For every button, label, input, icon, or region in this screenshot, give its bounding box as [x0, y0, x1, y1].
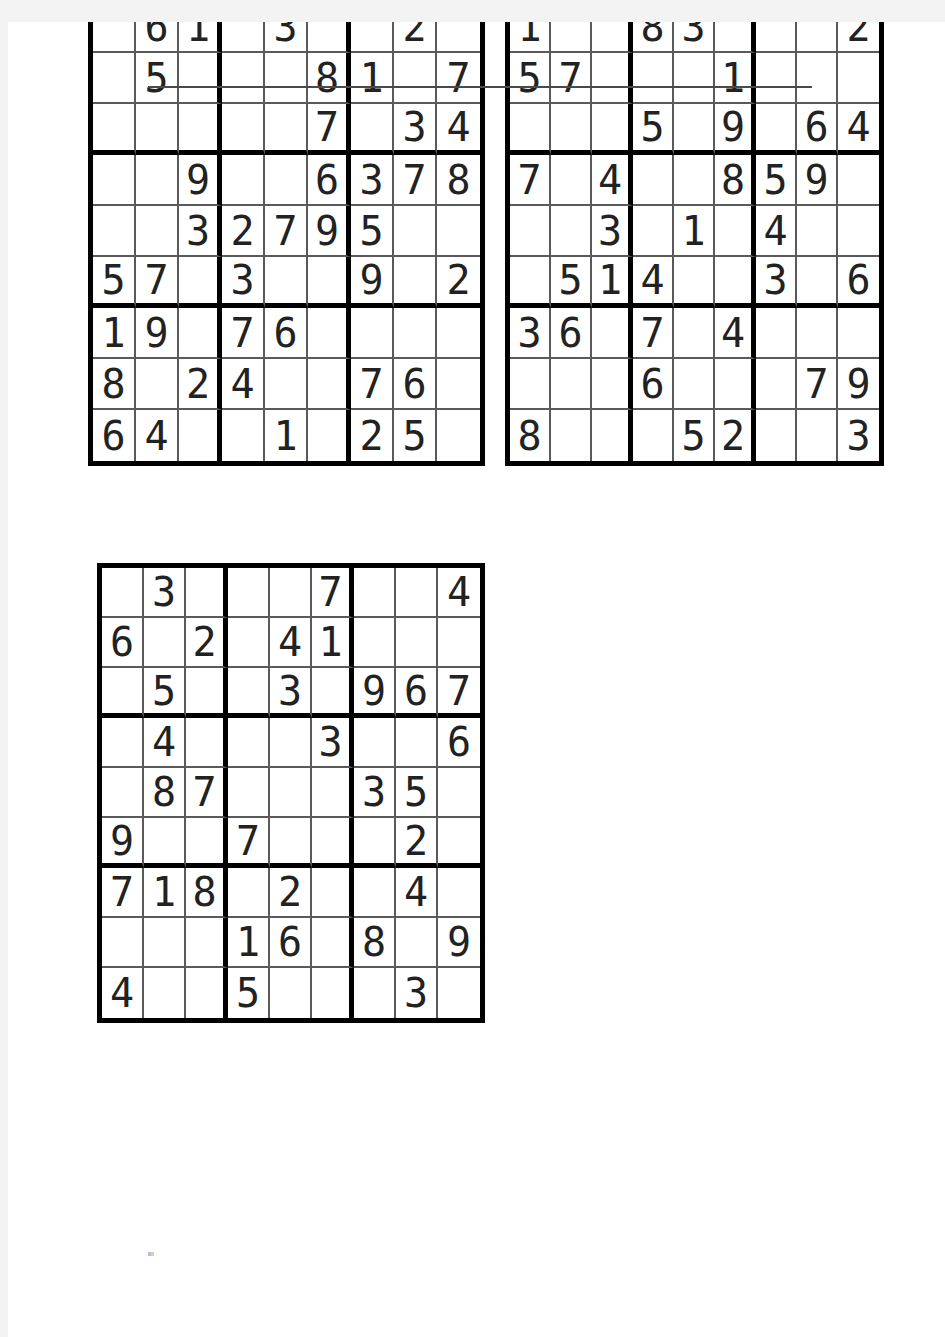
cell-r9c8: 3: [396, 968, 438, 1018]
cell-r4c6: 3: [312, 718, 354, 768]
cell-r7c1: 3: [510, 308, 551, 359]
cell-r7c1: 7: [102, 868, 144, 918]
cell-r9c2: [144, 968, 186, 1018]
cell-r5c9: [438, 768, 480, 818]
cell-r4c8: [396, 718, 438, 768]
cell-r2c2: [144, 618, 186, 668]
cell-r6c9: 2: [437, 257, 480, 308]
cell-r8c8: [396, 918, 438, 968]
cell-r8c7: 8: [354, 918, 396, 968]
cell-r2c9: [838, 53, 879, 104]
cell-r2c6: 1: [715, 53, 756, 104]
cell-r8c2: [144, 918, 186, 968]
cell-r5c8: 5: [396, 768, 438, 818]
cell-r3c8: 3: [394, 104, 437, 155]
cell-r9c1: 8: [510, 410, 551, 461]
cell-r1c5: [270, 568, 312, 618]
cell-r2c5: 4: [270, 618, 312, 668]
cell-r4c4: [633, 155, 674, 206]
cell-r4c9: [838, 155, 879, 206]
cell-r5c6: 9: [308, 206, 351, 257]
cell-r3c2: [136, 104, 179, 155]
cell-r9c5: 5: [674, 410, 715, 461]
viewer-top-gutter: [0, 0, 945, 22]
cell-r3c9: 7: [438, 668, 480, 718]
cell-r3c6: 7: [308, 104, 351, 155]
cell-r2c7: [354, 618, 396, 668]
cell-r2c4: [228, 618, 270, 668]
cell-r9c5: 1: [265, 410, 308, 461]
cell-r7c9: [438, 868, 480, 918]
cell-r9c3: [179, 410, 222, 461]
cell-r2c8: [797, 53, 838, 104]
cell-r6c9: [438, 818, 480, 868]
cell-r8c8: 7: [797, 359, 838, 410]
cell-r7c7: [351, 308, 394, 359]
cell-r5c7: 5: [351, 206, 394, 257]
cell-r7c5: 6: [265, 308, 308, 359]
cell-r6c5: [270, 818, 312, 868]
cell-r7c8: [797, 308, 838, 359]
cell-r6c3: [186, 818, 228, 868]
cell-r7c9: [437, 308, 480, 359]
cell-r9c6: [312, 968, 354, 1018]
viewer-left-gutter: [0, 0, 8, 1337]
cell-r9c6: 2: [715, 410, 756, 461]
cell-r3c5: [674, 104, 715, 155]
cell-r3c4: [228, 668, 270, 718]
cell-r8c7: [756, 359, 797, 410]
cell-r6c1: [510, 257, 551, 308]
sudoku-grid-bottom: 3746241539674368735972718241689453: [97, 563, 485, 1023]
cell-r6c2: [144, 818, 186, 868]
cell-r8c9: [437, 359, 480, 410]
cell-r3c8: 6: [797, 104, 838, 155]
cell-r1c7: [354, 568, 396, 618]
cell-r7c5: 2: [270, 868, 312, 918]
cell-r7c4: 7: [222, 308, 265, 359]
cell-r4c4: [222, 155, 265, 206]
cell-r9c9: [438, 968, 480, 1018]
cell-r6c5: [265, 257, 308, 308]
cell-r2c8: [396, 618, 438, 668]
cell-r4c4: [228, 718, 270, 768]
cell-r2c9: [438, 618, 480, 668]
cell-r6c9: 6: [838, 257, 879, 308]
cell-r3c9: 4: [437, 104, 480, 155]
cell-r6c4: 7: [228, 818, 270, 868]
cell-r7c6: [312, 868, 354, 918]
cell-r2c9: 7: [437, 53, 480, 104]
cell-r6c3: 1: [592, 257, 633, 308]
cell-r2c1: 5: [510, 53, 551, 104]
cell-r1c9: 4: [438, 568, 480, 618]
cell-r3c7: 9: [354, 668, 396, 718]
cell-r5c5: 7: [265, 206, 308, 257]
cell-r4c6: 6: [308, 155, 351, 206]
cell-r6c5: [674, 257, 715, 308]
cell-r5c2: 8: [144, 768, 186, 818]
cell-r7c3: 8: [186, 868, 228, 918]
cell-r2c1: 6: [102, 618, 144, 668]
cell-r4c1: [102, 718, 144, 768]
cell-r5c8: [797, 206, 838, 257]
cell-r4c9: 6: [438, 718, 480, 768]
cell-r8c4: 4: [222, 359, 265, 410]
cell-r2c7: [756, 53, 797, 104]
cell-r3c2: [551, 104, 592, 155]
cell-r1c4: [228, 568, 270, 618]
cell-r3c7: [756, 104, 797, 155]
cell-r5c1: [510, 206, 551, 257]
cell-r4c5: [270, 718, 312, 768]
cell-r2c4: [222, 53, 265, 104]
cell-r2c5: [265, 53, 308, 104]
cell-r8c3: [186, 918, 228, 968]
document-viewer: 6132581773496378327955739219768247664125…: [0, 0, 945, 1337]
cell-r3c7: [351, 104, 394, 155]
cell-r5c4: 2: [222, 206, 265, 257]
cell-r9c4: 5: [228, 968, 270, 1018]
cell-r6c7: [354, 818, 396, 868]
cell-r4c7: [354, 718, 396, 768]
cell-r8c8: 6: [394, 359, 437, 410]
cell-r8c6: [715, 359, 756, 410]
cell-r8c5: [674, 359, 715, 410]
cell-r7c2: 6: [551, 308, 592, 359]
cell-r1c8: [396, 568, 438, 618]
cell-r6c6: [312, 818, 354, 868]
cell-r8c2: [136, 359, 179, 410]
cell-r3c3: [592, 104, 633, 155]
cell-r8c9: 9: [438, 918, 480, 968]
cell-r5c4: [633, 206, 674, 257]
cell-r7c7: [354, 868, 396, 918]
cell-r3c8: 6: [396, 668, 438, 718]
cell-r3c3: [179, 104, 222, 155]
cell-r4c1: 7: [510, 155, 551, 206]
cell-r8c3: 2: [179, 359, 222, 410]
cell-r4c8: 7: [394, 155, 437, 206]
cell-r6c2: 7: [136, 257, 179, 308]
cell-r3c4: [222, 104, 265, 155]
cell-r6c3: [179, 257, 222, 308]
cell-r3c3: [186, 668, 228, 718]
cell-r8c9: 9: [838, 359, 879, 410]
cell-r9c7: [756, 410, 797, 461]
cell-r2c8: [394, 53, 437, 104]
sudoku-grid-top-right: 18325715964748593145143636746798523: [505, 0, 884, 466]
cell-r1c1: [102, 568, 144, 618]
cell-r2c2: 7: [551, 53, 592, 104]
cell-r5c3: 3: [592, 206, 633, 257]
cell-r6c7: 3: [756, 257, 797, 308]
cell-r8c4: 1: [228, 918, 270, 968]
cell-r9c6: [308, 410, 351, 461]
sudoku-grid-top-left: 6132581773496378327955739219768247664125: [88, 0, 485, 466]
cell-r7c6: 4: [715, 308, 756, 359]
cell-r8c3: [592, 359, 633, 410]
cell-r7c4: [228, 868, 270, 918]
cell-r9c2: [551, 410, 592, 461]
cell-r3c5: [265, 104, 308, 155]
cell-r2c6: 1: [312, 618, 354, 668]
cell-r3c5: 3: [270, 668, 312, 718]
cell-r9c9: [437, 410, 480, 461]
cell-r5c4: [228, 768, 270, 818]
cell-r6c6: [715, 257, 756, 308]
cell-r1c6: 7: [312, 568, 354, 618]
cell-r3c6: 9: [715, 104, 756, 155]
cell-r4c1: [93, 155, 136, 206]
cell-r6c1: 5: [93, 257, 136, 308]
cell-r5c6: [715, 206, 756, 257]
cell-r4c3: 4: [592, 155, 633, 206]
cell-r6c4: 3: [222, 257, 265, 308]
cell-r7c3: [592, 308, 633, 359]
cell-r8c1: 8: [93, 359, 136, 410]
cell-r9c5: [270, 968, 312, 1018]
cell-r6c8: 2: [396, 818, 438, 868]
cell-r4c6: 8: [715, 155, 756, 206]
cell-r2c1: [93, 53, 136, 104]
cell-r9c7: 2: [351, 410, 394, 461]
cell-r6c2: 5: [551, 257, 592, 308]
cell-r2c3: 2: [186, 618, 228, 668]
cell-r5c7: 4: [756, 206, 797, 257]
cell-r7c4: 7: [633, 308, 674, 359]
cell-r4c2: 4: [144, 718, 186, 768]
cell-r8c5: [265, 359, 308, 410]
cell-r5c2: [551, 206, 592, 257]
color-speck-artifact: [148, 1252, 154, 1256]
cell-r9c9: 3: [838, 410, 879, 461]
cell-r7c1: 1: [93, 308, 136, 359]
cell-r5c3: 3: [179, 206, 222, 257]
cell-r8c6: [312, 918, 354, 968]
cell-r2c2: 5: [136, 53, 179, 104]
cell-r7c3: [179, 308, 222, 359]
cell-r5c2: [136, 206, 179, 257]
cell-r5c5: 1: [674, 206, 715, 257]
cell-r5c3: 7: [186, 768, 228, 818]
cell-r8c2: [551, 359, 592, 410]
stray-line-artifact: [148, 86, 812, 88]
cell-r4c3: 9: [179, 155, 222, 206]
cell-r3c1: [102, 668, 144, 718]
cell-r7c8: [394, 308, 437, 359]
cell-r6c4: 4: [633, 257, 674, 308]
cell-r2c3: [179, 53, 222, 104]
cell-r3c2: 5: [144, 668, 186, 718]
cell-r4c7: 5: [756, 155, 797, 206]
cell-r4c8: 9: [797, 155, 838, 206]
cell-r3c1: [510, 104, 551, 155]
cell-r2c4: [633, 53, 674, 104]
cell-r8c6: [308, 359, 351, 410]
cell-r4c7: 3: [351, 155, 394, 206]
cell-r5c1: [102, 768, 144, 818]
cell-r3c9: 4: [838, 104, 879, 155]
cell-r5c7: 3: [354, 768, 396, 818]
cell-r4c5: [674, 155, 715, 206]
cell-r6c8: [394, 257, 437, 308]
cell-r1c2: 3: [144, 568, 186, 618]
cell-r9c8: [797, 410, 838, 461]
cell-r5c1: [93, 206, 136, 257]
cell-r5c8: [394, 206, 437, 257]
cell-r3c1: [93, 104, 136, 155]
cell-r4c3: [186, 718, 228, 768]
cell-r5c5: [270, 768, 312, 818]
cell-r6c8: [797, 257, 838, 308]
cell-r5c9: [437, 206, 480, 257]
cell-r8c4: 6: [633, 359, 674, 410]
cell-r7c7: [756, 308, 797, 359]
cell-r6c7: 9: [351, 257, 394, 308]
cell-r2c3: [592, 53, 633, 104]
cell-r9c8: 5: [394, 410, 437, 461]
cell-r6c6: [308, 257, 351, 308]
cell-r5c9: [838, 206, 879, 257]
cell-r7c9: [838, 308, 879, 359]
cell-r7c2: 9: [136, 308, 179, 359]
cell-r8c7: 7: [351, 359, 394, 410]
cell-r8c1: [102, 918, 144, 968]
cell-r7c6: [308, 308, 351, 359]
cell-r9c3: [592, 410, 633, 461]
cell-r8c5: 6: [270, 918, 312, 968]
cell-r2c5: [674, 53, 715, 104]
cell-r9c7: [354, 968, 396, 1018]
cell-r9c1: 6: [93, 410, 136, 461]
cell-r6c1: 9: [102, 818, 144, 868]
cell-r3c4: 5: [633, 104, 674, 155]
cell-r9c4: [633, 410, 674, 461]
cell-r3c6: [312, 668, 354, 718]
cell-r4c2: [136, 155, 179, 206]
cell-r1c3: [186, 568, 228, 618]
cell-r9c1: 4: [102, 968, 144, 1018]
cell-r7c2: 1: [144, 868, 186, 918]
cell-r4c9: 8: [437, 155, 480, 206]
cell-r7c5: [674, 308, 715, 359]
cell-r9c2: 4: [136, 410, 179, 461]
cell-r2c7: 1: [351, 53, 394, 104]
cell-r5c6: [312, 768, 354, 818]
cell-r9c4: [222, 410, 265, 461]
cell-r9c3: [186, 968, 228, 1018]
cell-r8c1: [510, 359, 551, 410]
cell-r7c8: 4: [396, 868, 438, 918]
cell-r4c2: [551, 155, 592, 206]
cell-r4c5: [265, 155, 308, 206]
cell-r2c6: 8: [308, 53, 351, 104]
